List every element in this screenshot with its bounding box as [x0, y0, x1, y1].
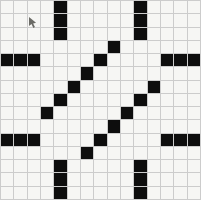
white-cell-r13c14[interactable] — [188, 173, 200, 185]
white-cell-r11c5[interactable] — [68, 147, 80, 159]
white-cell-r11c8[interactable] — [108, 147, 120, 159]
white-cell-r11c7[interactable] — [94, 147, 106, 159]
white-cell-r4c5[interactable] — [68, 54, 80, 66]
white-cell-r1c9[interactable] — [121, 14, 133, 26]
white-cell-r12c2[interactable] — [28, 160, 40, 172]
white-cell-r7c7[interactable] — [94, 94, 106, 106]
white-cell-r4c10[interactable] — [134, 54, 146, 66]
white-cell-r7c0[interactable] — [1, 94, 13, 106]
white-cell-r14c3[interactable] — [41, 187, 53, 199]
white-cell-r5c11[interactable] — [148, 67, 160, 79]
white-cell-r6c8[interactable] — [108, 81, 120, 93]
white-cell-r3c3[interactable] — [41, 41, 53, 53]
white-cell-r9c5[interactable] — [68, 120, 80, 132]
white-cell-r8c6[interactable] — [81, 107, 93, 119]
white-cell-r3c7[interactable] — [94, 41, 106, 53]
black-cell-r14c4[interactable] — [54, 187, 66, 199]
white-cell-r5c4[interactable] — [54, 67, 66, 79]
white-cell-r6c13[interactable] — [174, 81, 186, 93]
white-cell-r7c13[interactable] — [174, 94, 186, 106]
black-cell-r10c14[interactable] — [188, 134, 200, 146]
white-cell-r8c13[interactable] — [174, 107, 186, 119]
white-cell-r12c11[interactable] — [148, 160, 160, 172]
white-cell-r7c9[interactable] — [121, 94, 133, 106]
white-cell-r8c8[interactable] — [108, 107, 120, 119]
white-cell-r7c11[interactable] — [148, 94, 160, 106]
white-cell-r1c0[interactable] — [1, 14, 13, 26]
white-cell-r6c9[interactable] — [121, 81, 133, 93]
white-cell-r2c13[interactable] — [174, 28, 186, 40]
white-cell-r11c3[interactable] — [41, 147, 53, 159]
white-cell-r2c11[interactable] — [148, 28, 160, 40]
black-cell-r8c3[interactable] — [41, 107, 53, 119]
white-cell-r4c3[interactable] — [41, 54, 53, 66]
white-cell-r10c9[interactable] — [121, 134, 133, 146]
white-cell-r5c0[interactable] — [1, 67, 13, 79]
white-cell-r14c12[interactable] — [161, 187, 173, 199]
white-cell-r3c4[interactable] — [54, 41, 66, 53]
white-cell-r4c4[interactable] — [54, 54, 66, 66]
white-cell-r3c2[interactable] — [28, 41, 40, 53]
white-cell-r14c6[interactable] — [81, 187, 93, 199]
white-cell-r8c10[interactable] — [134, 107, 146, 119]
white-cell-r9c2[interactable] — [28, 120, 40, 132]
black-cell-r0c4[interactable] — [54, 1, 66, 13]
white-cell-r4c11[interactable] — [148, 54, 160, 66]
white-cell-r2c14[interactable] — [188, 28, 200, 40]
white-cell-r7c6[interactable] — [81, 94, 93, 106]
white-cell-r0c2[interactable] — [28, 1, 40, 13]
white-cell-r14c9[interactable] — [121, 187, 133, 199]
white-cell-r13c12[interactable] — [161, 173, 173, 185]
white-cell-r0c14[interactable] — [188, 1, 200, 13]
white-cell-r13c7[interactable] — [94, 173, 106, 185]
white-cell-r0c9[interactable] — [121, 1, 133, 13]
white-cell-r3c9[interactable] — [121, 41, 133, 53]
white-cell-r14c5[interactable] — [68, 187, 80, 199]
white-cell-r1c13[interactable] — [174, 14, 186, 26]
white-cell-r6c3[interactable] — [41, 81, 53, 93]
black-cell-r14c10[interactable] — [134, 187, 146, 199]
white-cell-r0c13[interactable] — [174, 1, 186, 13]
white-cell-r9c3[interactable] — [41, 120, 53, 132]
white-cell-r2c2[interactable] — [28, 28, 40, 40]
white-cell-r11c1[interactable] — [14, 147, 26, 159]
white-cell-r5c2[interactable] — [28, 67, 40, 79]
white-cell-r1c11[interactable] — [148, 14, 160, 26]
crossword-app — [0, 0, 201, 200]
white-cell-r3c13[interactable] — [174, 41, 186, 53]
white-cell-r14c13[interactable] — [174, 187, 186, 199]
black-cell-r6c11[interactable] — [148, 81, 160, 93]
white-cell-r14c8[interactable] — [108, 187, 120, 199]
white-cell-r10c6[interactable] — [81, 134, 93, 146]
white-cell-r5c8[interactable] — [108, 67, 120, 79]
white-cell-r1c1[interactable] — [14, 14, 26, 26]
black-cell-r13c10[interactable] — [134, 173, 146, 185]
white-cell-r3c5[interactable] — [68, 41, 80, 53]
white-cell-r11c4[interactable] — [54, 147, 66, 159]
white-cell-r9c6[interactable] — [81, 120, 93, 132]
black-cell-r10c2[interactable] — [28, 134, 40, 146]
white-cell-r3c11[interactable] — [148, 41, 160, 53]
white-cell-r13c11[interactable] — [148, 173, 160, 185]
black-cell-r12c4[interactable] — [54, 160, 66, 172]
white-cell-r14c2[interactable] — [28, 187, 40, 199]
white-cell-r9c10[interactable] — [134, 120, 146, 132]
white-cell-r10c10[interactable] — [134, 134, 146, 146]
white-cell-r6c4[interactable] — [54, 81, 66, 93]
white-cell-r0c0[interactable] — [1, 1, 13, 13]
white-cell-r0c3[interactable] — [41, 1, 53, 13]
white-cell-r8c4[interactable] — [54, 107, 66, 119]
black-cell-r7c4[interactable] — [54, 94, 66, 106]
white-cell-r0c7[interactable] — [94, 1, 106, 13]
white-cell-r8c7[interactable] — [94, 107, 106, 119]
black-cell-r1c4[interactable] — [54, 14, 66, 26]
white-cell-r14c0[interactable] — [1, 187, 13, 199]
white-cell-r0c1[interactable] — [14, 1, 26, 13]
white-cell-r10c11[interactable] — [148, 134, 160, 146]
white-cell-r12c14[interactable] — [188, 160, 200, 172]
white-cell-r12c7[interactable] — [94, 160, 106, 172]
white-cell-r8c5[interactable] — [68, 107, 80, 119]
white-cell-r5c9[interactable] — [121, 67, 133, 79]
white-cell-r5c12[interactable] — [161, 67, 173, 79]
white-cell-r11c10[interactable] — [134, 147, 146, 159]
white-cell-r8c12[interactable] — [161, 107, 173, 119]
white-cell-r14c14[interactable] — [188, 187, 200, 199]
white-cell-r8c0[interactable] — [1, 107, 13, 119]
white-cell-r2c8[interactable] — [108, 28, 120, 40]
white-cell-r5c10[interactable] — [134, 67, 146, 79]
white-cell-r5c5[interactable] — [68, 67, 80, 79]
white-cell-r11c13[interactable] — [174, 147, 186, 159]
black-cell-r5c6[interactable] — [81, 67, 93, 79]
white-cell-r10c5[interactable] — [68, 134, 80, 146]
white-cell-r8c11[interactable] — [148, 107, 160, 119]
white-cell-r14c1[interactable] — [14, 187, 26, 199]
white-cell-r2c0[interactable] — [1, 28, 13, 40]
white-cell-r6c12[interactable] — [161, 81, 173, 93]
black-cell-r10c12[interactable] — [161, 134, 173, 146]
black-cell-r3c8[interactable] — [108, 41, 120, 53]
white-cell-r8c1[interactable] — [14, 107, 26, 119]
black-cell-r11c6[interactable] — [81, 147, 93, 159]
white-cell-r9c9[interactable] — [121, 120, 133, 132]
white-cell-r10c4[interactable] — [54, 134, 66, 146]
white-cell-r14c11[interactable] — [148, 187, 160, 199]
white-cell-r13c6[interactable] — [81, 173, 93, 185]
white-cell-r3c12[interactable] — [161, 41, 173, 53]
white-cell-r11c11[interactable] — [148, 147, 160, 159]
black-cell-r0c10[interactable] — [134, 1, 146, 13]
white-cell-r9c4[interactable] — [54, 120, 66, 132]
white-cell-r5c13[interactable] — [174, 67, 186, 79]
white-cell-r4c8[interactable] — [108, 54, 120, 66]
white-cell-r11c9[interactable] — [121, 147, 133, 159]
white-cell-r6c2[interactable] — [28, 81, 40, 93]
white-cell-r4c6[interactable] — [81, 54, 93, 66]
white-cell-r7c5[interactable] — [68, 94, 80, 106]
white-cell-r7c12[interactable] — [161, 94, 173, 106]
white-cell-r12c5[interactable] — [68, 160, 80, 172]
white-cell-r2c7[interactable] — [94, 28, 106, 40]
white-cell-r5c14[interactable] — [188, 67, 200, 79]
black-cell-r10c0[interactable] — [1, 134, 13, 146]
white-cell-r2c3[interactable] — [41, 28, 53, 40]
black-cell-r10c1[interactable] — [14, 134, 26, 146]
white-cell-r12c13[interactable] — [174, 160, 186, 172]
white-cell-r6c7[interactable] — [94, 81, 106, 93]
white-cell-r6c10[interactable] — [134, 81, 146, 93]
white-cell-r0c6[interactable] — [81, 1, 93, 13]
black-cell-r8c9[interactable] — [121, 107, 133, 119]
white-cell-r9c11[interactable] — [148, 120, 160, 132]
white-cell-r7c3[interactable] — [41, 94, 53, 106]
white-cell-r9c12[interactable] — [161, 120, 173, 132]
white-cell-r5c3[interactable] — [41, 67, 53, 79]
white-cell-r6c0[interactable] — [1, 81, 13, 93]
white-cell-r9c7[interactable] — [94, 120, 106, 132]
black-cell-r4c2[interactable] — [28, 54, 40, 66]
white-cell-r5c7[interactable] — [94, 67, 106, 79]
black-cell-r4c12[interactable] — [161, 54, 173, 66]
white-cell-r2c5[interactable] — [68, 28, 80, 40]
white-cell-r12c8[interactable] — [108, 160, 120, 172]
white-cell-r0c8[interactable] — [108, 1, 120, 13]
white-cell-r1c12[interactable] — [161, 14, 173, 26]
black-cell-r4c14[interactable] — [188, 54, 200, 66]
white-cell-r1c3[interactable] — [41, 14, 53, 26]
white-cell-r8c2[interactable] — [28, 107, 40, 119]
white-cell-r14c7[interactable] — [94, 187, 106, 199]
white-cell-r13c1[interactable] — [14, 173, 26, 185]
white-cell-r1c7[interactable] — [94, 14, 106, 26]
black-cell-r10c13[interactable] — [174, 134, 186, 146]
white-cell-r13c9[interactable] — [121, 173, 133, 185]
black-cell-r6c5[interactable] — [68, 81, 80, 93]
black-cell-r4c0[interactable] — [1, 54, 13, 66]
black-cell-r9c8[interactable] — [108, 120, 120, 132]
white-cell-r9c13[interactable] — [174, 120, 186, 132]
white-cell-r6c14[interactable] — [188, 81, 200, 93]
white-cell-r3c10[interactable] — [134, 41, 146, 53]
white-cell-r0c11[interactable] — [148, 1, 160, 13]
white-cell-r5c1[interactable] — [14, 67, 26, 79]
white-cell-r10c3[interactable] — [41, 134, 53, 146]
white-cell-r12c1[interactable] — [14, 160, 26, 172]
white-cell-r6c6[interactable] — [81, 81, 93, 93]
white-cell-r3c1[interactable] — [14, 41, 26, 53]
white-cell-r1c6[interactable] — [81, 14, 93, 26]
white-cell-r3c14[interactable] — [188, 41, 200, 53]
white-cell-r3c0[interactable] — [1, 41, 13, 53]
white-cell-r13c5[interactable] — [68, 173, 80, 185]
white-cell-r13c3[interactable] — [41, 173, 53, 185]
white-cell-r3c6[interactable] — [81, 41, 93, 53]
white-cell-r7c14[interactable] — [188, 94, 200, 106]
white-cell-r13c13[interactable] — [174, 173, 186, 185]
black-cell-r12c10[interactable] — [134, 160, 146, 172]
white-cell-r2c9[interactable] — [121, 28, 133, 40]
white-cell-r2c12[interactable] — [161, 28, 173, 40]
white-cell-r12c12[interactable] — [161, 160, 173, 172]
white-cell-r13c2[interactable] — [28, 173, 40, 185]
white-cell-r7c2[interactable] — [28, 94, 40, 106]
black-cell-r7c10[interactable] — [134, 94, 146, 106]
white-cell-r11c12[interactable] — [161, 147, 173, 159]
black-cell-r4c13[interactable] — [174, 54, 186, 66]
white-cell-r6c1[interactable] — [14, 81, 26, 93]
black-cell-r1c10[interactable] — [134, 14, 146, 26]
black-cell-r13c4[interactable] — [54, 173, 66, 185]
white-cell-r10c8[interactable] — [108, 134, 120, 146]
white-cell-r13c0[interactable] — [1, 173, 13, 185]
white-cell-r0c5[interactable] — [68, 1, 80, 13]
black-cell-r4c1[interactable] — [14, 54, 26, 66]
white-cell-r12c9[interactable] — [121, 160, 133, 172]
white-cell-r1c14[interactable] — [188, 14, 200, 26]
white-cell-r12c6[interactable] — [81, 160, 93, 172]
crossword-board — [0, 0, 201, 200]
white-cell-r4c9[interactable] — [121, 54, 133, 66]
white-cell-r9c0[interactable] — [1, 120, 13, 132]
black-cell-r10c7[interactable] — [94, 134, 106, 146]
white-cell-r9c14[interactable] — [188, 120, 200, 132]
white-cell-r1c2[interactable] — [28, 14, 40, 26]
black-cell-r2c4[interactable] — [54, 28, 66, 40]
white-cell-r13c8[interactable] — [108, 173, 120, 185]
white-cell-r12c0[interactable] — [1, 160, 13, 172]
white-cell-r2c6[interactable] — [81, 28, 93, 40]
white-cell-r2c1[interactable] — [14, 28, 26, 40]
white-cell-r7c1[interactable] — [14, 94, 26, 106]
black-cell-r2c10[interactable] — [134, 28, 146, 40]
white-cell-r9c1[interactable] — [14, 120, 26, 132]
white-cell-r11c14[interactable] — [188, 147, 200, 159]
white-cell-r12c3[interactable] — [41, 160, 53, 172]
white-cell-r11c2[interactable] — [28, 147, 40, 159]
white-cell-r11c0[interactable] — [1, 147, 13, 159]
white-cell-r0c12[interactable] — [161, 1, 173, 13]
white-cell-r1c8[interactable] — [108, 14, 120, 26]
white-cell-r7c8[interactable] — [108, 94, 120, 106]
black-cell-r4c7[interactable] — [94, 54, 106, 66]
white-cell-r8c14[interactable] — [188, 107, 200, 119]
white-cell-r1c5[interactable] — [68, 14, 80, 26]
